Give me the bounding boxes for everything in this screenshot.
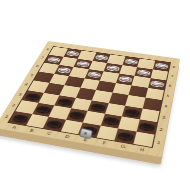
black-checker-g1[interactable]: ⛂ [116,128,135,144]
rank-label-right-1: 1 [153,135,165,150]
product-photo-checkers-set: ⛂⛂⛂⛂⛂⛂⛂⛂⛂⛂⛂⛂⛂⛂⛂⛂⛂⛂⛂⛂⛂⛂⛂⛂ ABCDEFGH 876543… [0,0,190,190]
